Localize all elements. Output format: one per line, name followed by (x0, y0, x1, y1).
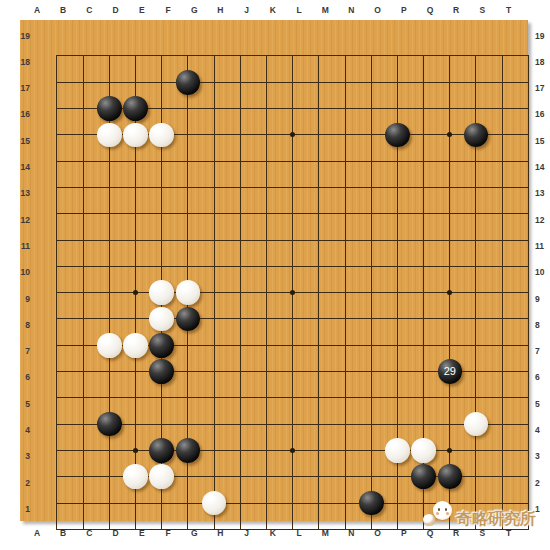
intersection-P3 (411, 464, 437, 490)
intersection-O15 (384, 148, 410, 174)
col-label-top-G: G (185, 5, 203, 16)
intersection-O14 (384, 174, 410, 200)
row-label-right-9: 9 (535, 294, 550, 305)
intersection-E14 (149, 174, 175, 200)
row-label-left-18: 18 (2, 57, 30, 68)
intersection-P12 (411, 227, 437, 253)
intersection-S10 (489, 280, 515, 306)
intersection-H11 (227, 253, 253, 279)
intersection-J19 (253, 43, 279, 69)
intersection-C14 (96, 174, 122, 200)
intersection-Q17 (437, 95, 463, 121)
intersection-O10 (384, 280, 410, 306)
row-label-right-17: 17 (535, 83, 550, 94)
black-stone-Q7: 29 (438, 359, 463, 384)
intersection-L8 (306, 332, 332, 358)
intersection-S11 (489, 253, 515, 279)
intersection-L4 (306, 437, 332, 463)
intersection-J10 (253, 280, 279, 306)
intersection-D7 (122, 358, 148, 384)
intersection-E9 (149, 306, 175, 332)
intersection-R19 (463, 43, 489, 69)
star-point-K4 (290, 448, 295, 453)
intersection-P5 (411, 411, 437, 437)
intersection-P7 (411, 358, 437, 384)
intersection-N4 (358, 437, 384, 463)
intersection-D11 (122, 253, 148, 279)
col-label-top-S: S (473, 5, 491, 16)
intersection-B15 (70, 148, 96, 174)
col-label-bottom-O: O (369, 528, 387, 539)
col-label-bottom-C: C (80, 528, 98, 539)
intersection-R17 (463, 95, 489, 121)
intersection-Q11 (437, 253, 463, 279)
intersection-H10 (227, 280, 253, 306)
intersection-P19 (411, 43, 437, 69)
intersection-P15 (411, 148, 437, 174)
intersection-F7 (175, 358, 201, 384)
row-label-left-9: 9 (2, 294, 30, 305)
intersection-B19 (70, 43, 96, 69)
intersection-K11 (280, 253, 306, 279)
intersection-S18 (489, 69, 515, 95)
intersection-N5 (358, 411, 384, 437)
intersection-F3 (175, 464, 201, 490)
intersection-D6 (122, 385, 148, 411)
intersection-Q3 (437, 464, 463, 490)
watermark: 奇略研究所 (395, 490, 547, 535)
col-label-bottom-E: E (133, 528, 151, 539)
intersection-S5 (489, 411, 515, 437)
intersection-O16 (384, 122, 410, 148)
intersection-L14 (306, 174, 332, 200)
row-label-left-10: 10 (2, 267, 30, 278)
row-label-left-13: 13 (2, 188, 30, 199)
intersection-K4 (280, 437, 306, 463)
intersection-B11 (70, 253, 96, 279)
intersection-A2 (44, 490, 70, 516)
star-point-K16 (290, 132, 295, 137)
white-stone-D8 (123, 333, 148, 358)
intersection-J12 (253, 227, 279, 253)
intersection-E6 (149, 385, 175, 411)
intersection-D4 (122, 437, 148, 463)
intersection-K2 (280, 490, 306, 516)
intersection-O6 (384, 385, 410, 411)
white-stone-F10 (176, 280, 201, 305)
col-label-top-N: N (342, 5, 360, 16)
col-label-top-A: A (28, 5, 46, 16)
intersection-E18 (149, 69, 175, 95)
white-stone-R5 (464, 412, 489, 437)
intersection-G18 (201, 69, 227, 95)
row-label-right-14: 14 (535, 162, 550, 173)
black-stone-F18 (176, 70, 201, 95)
intersection-C8 (96, 332, 122, 358)
intersection-K7 (280, 358, 306, 384)
intersection-F14 (175, 174, 201, 200)
white-stone-E9 (149, 307, 174, 332)
row-label-left-11: 11 (2, 241, 30, 252)
intersection-G6 (201, 385, 227, 411)
intersection-G14 (201, 174, 227, 200)
intersection-K3 (280, 464, 306, 490)
black-stone-P3 (411, 464, 436, 489)
intersection-Q9 (437, 306, 463, 332)
row-label-left-2: 2 (2, 478, 30, 489)
intersection-N9 (358, 306, 384, 332)
intersection-A4 (44, 437, 70, 463)
intersection-B13 (70, 201, 96, 227)
intersection-F15 (175, 148, 201, 174)
intersection-B2 (70, 490, 96, 516)
go-board: 29 (20, 20, 528, 521)
intersection-J16 (253, 122, 279, 148)
col-label-bottom-F: F (159, 528, 177, 539)
intersection-S16 (489, 122, 515, 148)
row-label-left-1: 1 (2, 504, 30, 515)
intersection-N17 (358, 95, 384, 121)
intersection-C9 (96, 306, 122, 332)
intersection-A9 (44, 306, 70, 332)
intersection-K10 (280, 280, 306, 306)
intersection-H8 (227, 332, 253, 358)
intersection-O17 (384, 95, 410, 121)
col-label-bottom-G: G (185, 528, 203, 539)
intersection-F18 (175, 69, 201, 95)
intersection-B12 (70, 227, 96, 253)
go-diagram: 29 AABBCCDDEEFFGGHHJJKKLLMMNNOOPPQQRRSST… (0, 0, 550, 550)
intersection-H7 (227, 358, 253, 384)
intersection-J14 (253, 174, 279, 200)
intersection-N11 (358, 253, 384, 279)
row-label-left-16: 16 (2, 109, 30, 120)
intersection-E10 (149, 280, 175, 306)
intersection-D17 (122, 95, 148, 121)
intersection-P9 (411, 306, 437, 332)
white-stone-E10 (149, 280, 174, 305)
intersection-A16 (44, 122, 70, 148)
intersection-R11 (463, 253, 489, 279)
intersection-G17 (201, 95, 227, 121)
intersection-L12 (306, 227, 332, 253)
intersection-E15 (149, 148, 175, 174)
col-label-top-K: K (264, 5, 282, 16)
intersection-P17 (411, 95, 437, 121)
intersection-M15 (332, 148, 358, 174)
col-label-top-M: M (316, 5, 334, 16)
intersection-H17 (227, 95, 253, 121)
intersection-O18 (384, 69, 410, 95)
intersection-O4 (384, 437, 410, 463)
intersection-C6 (96, 385, 122, 411)
intersection-D5 (122, 411, 148, 437)
intersection-E19 (149, 43, 175, 69)
intersection-M11 (332, 253, 358, 279)
intersection-G2 (201, 490, 227, 516)
intersection-R10 (463, 280, 489, 306)
row-label-right-11: 11 (535, 241, 550, 252)
intersection-Q6 (437, 385, 463, 411)
row-label-right-4: 4 (535, 425, 550, 436)
intersection-E12 (149, 227, 175, 253)
intersection-H2 (227, 490, 253, 516)
intersection-M8 (332, 332, 358, 358)
intersection-K5 (280, 411, 306, 437)
intersection-P6 (411, 385, 437, 411)
intersection-A10 (44, 280, 70, 306)
intersection-O13 (384, 201, 410, 227)
intersection-P11 (411, 253, 437, 279)
intersection-E8 (149, 332, 175, 358)
intersection-M10 (332, 280, 358, 306)
intersection-N13 (358, 201, 384, 227)
intersection-P18 (411, 69, 437, 95)
intersection-J3 (253, 464, 279, 490)
col-label-top-F: F (159, 5, 177, 16)
intersection-D9 (122, 306, 148, 332)
black-stone-E8 (149, 333, 174, 358)
intersection-E4 (149, 437, 175, 463)
intersection-J13 (253, 201, 279, 227)
intersection-A3 (44, 464, 70, 490)
intersection-G8 (201, 332, 227, 358)
white-stone-G2 (202, 491, 227, 516)
row-label-right-2: 2 (535, 478, 550, 489)
white-stone-E3 (149, 464, 174, 489)
intersection-R12 (463, 227, 489, 253)
intersection-R16 (463, 122, 489, 148)
intersection-B18 (70, 69, 96, 95)
black-stone-C17 (97, 96, 122, 121)
intersection-K16 (280, 122, 306, 148)
intersection-F9 (175, 306, 201, 332)
row-label-right-8: 8 (535, 320, 550, 331)
intersection-C10 (96, 280, 122, 306)
intersection-K13 (280, 201, 306, 227)
col-label-bottom-M: M (316, 528, 334, 539)
col-label-top-P: P (395, 5, 413, 16)
intersection-M17 (332, 95, 358, 121)
intersection-Q19 (437, 43, 463, 69)
row-label-right-7: 7 (535, 346, 550, 357)
intersection-A18 (44, 69, 70, 95)
intersection-Q12 (437, 227, 463, 253)
intersection-F16 (175, 122, 201, 148)
intersection-C15 (96, 148, 122, 174)
intersection-L10 (306, 280, 332, 306)
intersection-J18 (253, 69, 279, 95)
intersection-S8 (489, 332, 515, 358)
intersection-E3 (149, 464, 175, 490)
row-label-left-8: 8 (2, 320, 30, 331)
intersection-L18 (306, 69, 332, 95)
intersection-H12 (227, 227, 253, 253)
intersection-D13 (122, 201, 148, 227)
row-label-left-5: 5 (2, 399, 30, 410)
intersection-P4 (411, 437, 437, 463)
intersection-B10 (70, 280, 96, 306)
intersection-D19 (122, 43, 148, 69)
intersection-B7 (70, 358, 96, 384)
intersection-H18 (227, 69, 253, 95)
intersection-J7 (253, 358, 279, 384)
intersection-S15 (489, 148, 515, 174)
intersection-J4 (253, 437, 279, 463)
intersection-F4 (175, 437, 201, 463)
intersection-A14 (44, 174, 70, 200)
intersection-J17 (253, 95, 279, 121)
intersection-F2 (175, 490, 201, 516)
intersection-K9 (280, 306, 306, 332)
intersection-H15 (227, 148, 253, 174)
intersection-D14 (122, 174, 148, 200)
intersection-M4 (332, 437, 358, 463)
col-label-bottom-B: B (54, 528, 72, 539)
intersection-S3 (489, 464, 515, 490)
intersection-C3 (96, 464, 122, 490)
intersection-C17 (96, 95, 122, 121)
intersection-L3 (306, 464, 332, 490)
col-label-bottom-K: K (264, 528, 282, 539)
intersection-Q8 (437, 332, 463, 358)
intersection-F19 (175, 43, 201, 69)
row-label-right-10: 10 (535, 267, 550, 278)
intersection-L6 (306, 385, 332, 411)
intersection-N16 (358, 122, 384, 148)
row-label-right-16: 16 (535, 109, 550, 120)
intersection-H13 (227, 201, 253, 227)
intersection-L15 (306, 148, 332, 174)
intersection-L9 (306, 306, 332, 332)
intersection-D3 (122, 464, 148, 490)
intersection-M13 (332, 201, 358, 227)
intersection-J8 (253, 332, 279, 358)
intersection-N14 (358, 174, 384, 200)
intersection-D2 (122, 490, 148, 516)
wechat-emoji-fist-icon (423, 514, 435, 525)
intersection-M16 (332, 122, 358, 148)
intersection-M5 (332, 411, 358, 437)
intersection-Q16 (437, 122, 463, 148)
intersection-K17 (280, 95, 306, 121)
wechat-emoji-icon (433, 501, 452, 520)
row-label-left-7: 7 (2, 346, 30, 357)
intersection-N18 (358, 69, 384, 95)
intersection-G5 (201, 411, 227, 437)
intersection-C4 (96, 437, 122, 463)
intersection-R5 (463, 411, 489, 437)
intersection-G13 (201, 201, 227, 227)
col-label-top-C: C (80, 5, 98, 16)
col-label-top-Q: Q (421, 5, 439, 16)
intersection-K15 (280, 148, 306, 174)
intersection-O5 (384, 411, 410, 437)
intersection-G4 (201, 437, 227, 463)
intersection-Q4 (437, 437, 463, 463)
intersection-J2 (253, 490, 279, 516)
intersection-F10 (175, 280, 201, 306)
black-stone-O16 (385, 123, 410, 148)
intersection-N3 (358, 464, 384, 490)
watermark-text: 奇略研究所 (456, 510, 536, 527)
black-stone-E7 (149, 359, 174, 384)
black-stone-R16 (464, 123, 489, 148)
intersection-G9 (201, 306, 227, 332)
intersection-C16 (96, 122, 122, 148)
intersection-K18 (280, 69, 306, 95)
intersection-L2 (306, 490, 332, 516)
intersection-Q13 (437, 201, 463, 227)
intersection-L11 (306, 253, 332, 279)
intersection-R8 (463, 332, 489, 358)
row-label-left-3: 3 (2, 451, 30, 462)
intersection-R6 (463, 385, 489, 411)
intersection-G16 (201, 122, 227, 148)
intersection-C19 (96, 43, 122, 69)
intersection-M7 (332, 358, 358, 384)
intersection-E2 (149, 490, 175, 516)
intersection-D18 (122, 69, 148, 95)
black-stone-E4 (149, 438, 174, 463)
row-label-left-12: 12 (2, 215, 30, 226)
intersection-K19 (280, 43, 306, 69)
intersection-B6 (70, 385, 96, 411)
intersection-B4 (70, 437, 96, 463)
intersection-N2 (358, 490, 384, 516)
white-stone-E16 (149, 123, 174, 148)
intersection-O9 (384, 306, 410, 332)
col-label-top-B: B (54, 5, 72, 16)
intersection-S17 (489, 95, 515, 121)
intersection-E11 (149, 253, 175, 279)
intersection-C7 (96, 358, 122, 384)
intersection-E7 (149, 358, 175, 384)
intersection-M19 (332, 43, 358, 69)
col-label-bottom-L: L (290, 528, 308, 539)
col-label-top-E: E (133, 5, 151, 16)
intersection-R14 (463, 174, 489, 200)
intersection-L5 (306, 411, 332, 437)
move-number-label: 29 (438, 359, 463, 384)
intersection-B9 (70, 306, 96, 332)
intersection-L7 (306, 358, 332, 384)
intersection-O19 (384, 43, 410, 69)
intersection-K12 (280, 227, 306, 253)
star-point-Q4 (447, 448, 452, 453)
white-stone-D3 (123, 464, 148, 489)
intersection-H9 (227, 306, 253, 332)
intersection-F12 (175, 227, 201, 253)
intersection-H19 (227, 43, 253, 69)
row-label-left-19: 19 (2, 31, 30, 42)
intersection-O7 (384, 358, 410, 384)
intersection-F13 (175, 201, 201, 227)
col-label-top-L: L (290, 5, 308, 16)
white-stone-O4 (385, 438, 410, 463)
col-label-top-T: T (500, 5, 518, 16)
row-label-right-13: 13 (535, 188, 550, 199)
intersection-A6 (44, 385, 70, 411)
intersection-A7 (44, 358, 70, 384)
col-label-bottom-N: N (342, 528, 360, 539)
intersection-P10 (411, 280, 437, 306)
black-stone-D17 (123, 96, 148, 121)
intersection-E5 (149, 411, 175, 437)
intersection-F11 (175, 253, 201, 279)
intersection-M3 (332, 464, 358, 490)
col-label-top-R: R (447, 5, 465, 16)
